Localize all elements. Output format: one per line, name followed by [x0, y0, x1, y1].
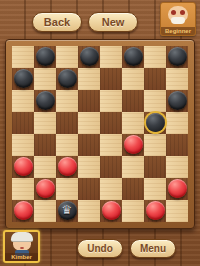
menu-button[interactable]: Menu	[130, 239, 176, 258]
square-r2c2[interactable]	[34, 68, 56, 90]
square-r4c8[interactable]	[166, 112, 188, 134]
square-r2c4[interactable]	[78, 68, 100, 90]
red-man-piece[interactable]	[124, 135, 143, 154]
square-r6c8[interactable]	[166, 156, 188, 178]
square-r2c3[interactable]	[56, 68, 78, 90]
black-man-piece-selected[interactable]	[146, 113, 165, 132]
square-r5c2[interactable]	[34, 134, 56, 156]
square-r2c1[interactable]	[12, 68, 34, 90]
square-r4c6[interactable]	[122, 112, 144, 134]
black-man-piece[interactable]	[36, 91, 55, 110]
black-man-piece[interactable]	[58, 69, 77, 88]
square-r6c6[interactable]	[122, 156, 144, 178]
new-button[interactable]: New	[88, 12, 138, 32]
square-r7c3[interactable]	[56, 178, 78, 200]
hat-icon	[11, 232, 33, 241]
square-r8c2[interactable]	[34, 200, 56, 222]
square-r1c3[interactable]	[56, 46, 78, 68]
square-r5c8[interactable]	[166, 134, 188, 156]
square-r4c1[interactable]	[12, 112, 34, 134]
square-r3c2[interactable]	[34, 90, 56, 112]
square-r6c5[interactable]	[100, 156, 122, 178]
square-r7c4[interactable]	[78, 178, 100, 200]
square-r7c7[interactable]	[144, 178, 166, 200]
square-r6c4[interactable]	[78, 156, 100, 178]
black-man-piece[interactable]	[124, 47, 143, 66]
square-r1c2[interactable]	[34, 46, 56, 68]
opponent-badge[interactable]: Beginner	[160, 2, 196, 36]
square-r1c7[interactable]	[144, 46, 166, 68]
black-man-piece[interactable]	[14, 69, 33, 88]
checkers-app-screen: Back New Beginner ♛ Kimber Undo Menu	[0, 0, 200, 266]
player-badge[interactable]: Kimber	[3, 230, 40, 263]
square-r6c2[interactable]	[34, 156, 56, 178]
square-r3c3[interactable]	[56, 90, 78, 112]
square-r8c6[interactable]	[122, 200, 144, 222]
square-r5c3[interactable]	[56, 134, 78, 156]
square-r3c1[interactable]	[12, 90, 34, 112]
square-r6c1[interactable]	[12, 156, 34, 178]
square-r5c6[interactable]	[122, 134, 144, 156]
square-r4c7[interactable]	[144, 112, 166, 134]
square-r8c7[interactable]	[144, 200, 166, 222]
square-r1c5[interactable]	[100, 46, 122, 68]
square-r2c7[interactable]	[144, 68, 166, 90]
glasses-icon	[171, 10, 176, 15]
red-man-piece[interactable]	[58, 157, 77, 176]
square-r8c3[interactable]: ♛	[56, 200, 78, 222]
mustache-icon	[171, 17, 185, 24]
square-r4c5[interactable]	[100, 112, 122, 134]
undo-button[interactable]: Undo	[77, 239, 123, 258]
black-man-piece[interactable]	[168, 47, 187, 66]
opponent-name: Beginner	[161, 27, 195, 35]
red-man-piece[interactable]	[146, 201, 165, 220]
square-r7c1[interactable]	[12, 178, 34, 200]
square-r3c4[interactable]	[78, 90, 100, 112]
player-avatar-icon	[13, 236, 31, 251]
square-r7c8[interactable]	[166, 178, 188, 200]
black-man-piece[interactable]	[36, 47, 55, 66]
square-r2c6[interactable]	[122, 68, 144, 90]
square-r1c4[interactable]	[78, 46, 100, 68]
square-r8c5[interactable]	[100, 200, 122, 222]
red-man-piece[interactable]	[36, 179, 55, 198]
black-king-piece[interactable]: ♛	[58, 201, 77, 220]
square-r5c1[interactable]	[12, 134, 34, 156]
square-r3c7[interactable]	[144, 90, 166, 112]
square-r8c8[interactable]	[166, 200, 188, 222]
square-r7c6[interactable]	[122, 178, 144, 200]
crown-icon: ♛	[62, 204, 73, 216]
board-frame: ♛	[5, 39, 195, 229]
square-r1c6[interactable]	[122, 46, 144, 68]
player-name: Kimber	[5, 253, 38, 261]
back-button[interactable]: Back	[32, 12, 82, 32]
square-r6c7[interactable]	[144, 156, 166, 178]
square-r8c4[interactable]	[78, 200, 100, 222]
square-r5c4[interactable]	[78, 134, 100, 156]
red-man-piece[interactable]	[14, 157, 33, 176]
mouth-icon	[20, 247, 24, 249]
black-man-piece[interactable]	[80, 47, 99, 66]
red-man-piece[interactable]	[14, 201, 33, 220]
square-r1c8[interactable]	[166, 46, 188, 68]
square-r3c5[interactable]	[100, 90, 122, 112]
square-r1c1[interactable]	[12, 46, 34, 68]
square-r7c5[interactable]	[100, 178, 122, 200]
black-man-piece[interactable]	[168, 91, 187, 110]
square-r6c3[interactable]	[56, 156, 78, 178]
square-r4c4[interactable]	[78, 112, 100, 134]
square-r5c5[interactable]	[100, 134, 122, 156]
square-r5c7[interactable]	[144, 134, 166, 156]
opponent-avatar-icon	[168, 6, 188, 23]
red-man-piece[interactable]	[168, 179, 187, 198]
square-r2c8[interactable]	[166, 68, 188, 90]
square-r4c2[interactable]	[34, 112, 56, 134]
square-r3c6[interactable]	[122, 90, 144, 112]
red-man-piece[interactable]	[102, 201, 121, 220]
square-r8c1[interactable]	[12, 200, 34, 222]
square-r4c3[interactable]	[56, 112, 78, 134]
square-r3c8[interactable]	[166, 90, 188, 112]
square-r2c5[interactable]	[100, 68, 122, 90]
board-grid: ♛	[12, 46, 188, 222]
square-r7c2[interactable]	[34, 178, 56, 200]
